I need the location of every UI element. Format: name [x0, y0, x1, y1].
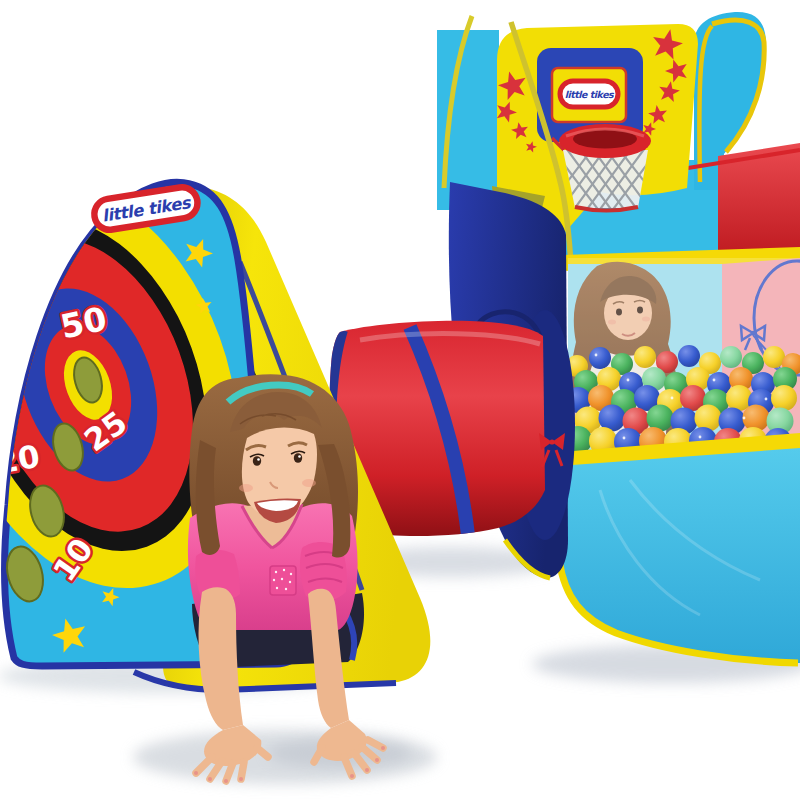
- play-tent-scene: little tikes: [0, 0, 800, 800]
- brand-logo-hoop: little tikes: [560, 81, 618, 107]
- mesh-window: [564, 258, 800, 456]
- star-icon: [35, 247, 56, 267]
- sequin-pocket: [270, 566, 296, 595]
- brand-logo-text: little tikes: [565, 89, 615, 100]
- front-lower-panel: [559, 448, 800, 663]
- ball-pile: [564, 258, 800, 456]
- product-photo: little tikes: [0, 0, 800, 800]
- hoop-rim: [559, 124, 651, 158]
- score-20-label: 20: [0, 438, 42, 481]
